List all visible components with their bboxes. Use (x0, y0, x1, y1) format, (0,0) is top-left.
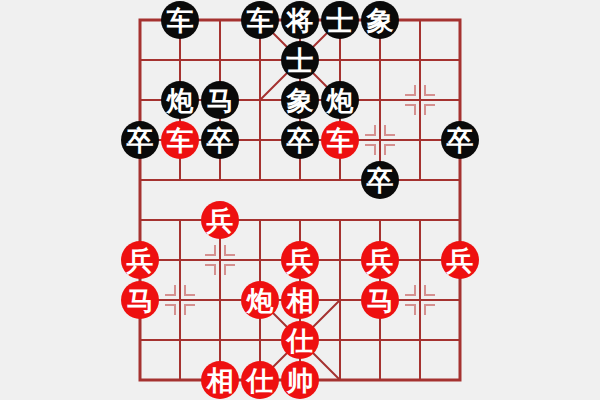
board-point-4-6[interactable]: 兵 (280, 240, 320, 280)
board-point-8-8[interactable] (440, 320, 480, 360)
red-soldier[interactable]: 兵 (121, 241, 159, 279)
board-point-4-3[interactable]: 卒 (280, 120, 320, 160)
xiangqi-board: 车车将士象士炮马象炮卒车卒卒车卒卒兵兵兵兵兵马炮相马仕相仕帅 (0, 0, 600, 400)
board-point-1-1[interactable] (160, 40, 200, 80)
board-point-8-7[interactable] (440, 280, 480, 320)
board-point-4-7[interactable]: 相 (280, 280, 320, 320)
board-point-8-6[interactable]: 兵 (440, 240, 480, 280)
board-point-8-0[interactable] (440, 0, 480, 40)
board-point-3-1[interactable] (240, 40, 280, 80)
board-point-6-7[interactable]: 马 (360, 280, 400, 320)
board-point-0-7[interactable]: 马 (120, 280, 160, 320)
board-point-5-1[interactable] (320, 40, 360, 80)
board-point-0-4[interactable] (120, 160, 160, 200)
red-soldier[interactable]: 兵 (281, 241, 319, 279)
board-point-8-5[interactable] (440, 200, 480, 240)
black-horse[interactable]: 马 (201, 81, 239, 119)
board-point-4-5[interactable] (280, 200, 320, 240)
board-point-2-3[interactable]: 卒 (200, 120, 240, 160)
red-chariot[interactable]: 车 (161, 121, 199, 159)
black-soldier[interactable]: 卒 (361, 161, 399, 199)
board-point-4-8[interactable]: 仕 (280, 320, 320, 360)
board-point-6-0[interactable]: 象 (360, 0, 400, 40)
board-point-2-0[interactable] (200, 0, 240, 40)
board-point-0-3[interactable]: 卒 (120, 120, 160, 160)
board-point-7-2[interactable] (400, 80, 440, 120)
black-cannon[interactable]: 炮 (321, 81, 359, 119)
board-point-2-9[interactable]: 相 (200, 360, 240, 400)
board-point-2-8[interactable] (200, 320, 240, 360)
board-point-6-5[interactable] (360, 200, 400, 240)
red-cannon[interactable]: 炮 (241, 281, 279, 319)
board-point-0-6[interactable]: 兵 (120, 240, 160, 280)
red-horse[interactable]: 马 (361, 281, 399, 319)
board-point-2-6[interactable] (200, 240, 240, 280)
board-point-3-9[interactable]: 仕 (240, 360, 280, 400)
red-soldier[interactable]: 兵 (441, 241, 479, 279)
board-point-7-1[interactable] (400, 40, 440, 80)
board-point-3-3[interactable] (240, 120, 280, 160)
board-point-3-5[interactable] (240, 200, 280, 240)
black-elephant[interactable]: 象 (361, 1, 399, 39)
board-point-2-4[interactable] (200, 160, 240, 200)
red-soldier[interactable]: 兵 (361, 241, 399, 279)
board-point-2-5[interactable]: 兵 (200, 200, 240, 240)
board-point-6-6[interactable]: 兵 (360, 240, 400, 280)
board-point-1-7[interactable] (160, 280, 200, 320)
board-point-8-2[interactable] (440, 80, 480, 120)
board-point-7-7[interactable] (400, 280, 440, 320)
board-point-6-2[interactable] (360, 80, 400, 120)
board-point-0-0[interactable] (120, 0, 160, 40)
board-point-0-8[interactable] (120, 320, 160, 360)
board-point-8-1[interactable] (440, 40, 480, 80)
black-soldier[interactable]: 卒 (281, 121, 319, 159)
board-point-7-4[interactable] (400, 160, 440, 200)
board-grid: 车车将士象士炮马象炮卒车卒卒车卒卒兵兵兵兵兵马炮相马仕相仕帅 (120, 0, 480, 400)
board-point-7-0[interactable] (400, 0, 440, 40)
board-point-1-9[interactable] (160, 360, 200, 400)
black-chariot[interactable]: 车 (161, 1, 199, 39)
board-point-3-0[interactable]: 车 (240, 0, 280, 40)
red-elephant[interactable]: 相 (281, 281, 319, 319)
red-horse[interactable]: 马 (121, 281, 159, 319)
board-point-8-4[interactable] (440, 160, 480, 200)
red-elephant[interactable]: 相 (201, 361, 239, 399)
black-soldier[interactable]: 卒 (441, 121, 479, 159)
board-point-1-0[interactable]: 车 (160, 0, 200, 40)
board-point-5-3[interactable]: 车 (320, 120, 360, 160)
board-point-4-0[interactable]: 将 (280, 0, 320, 40)
board-point-4-4[interactable] (280, 160, 320, 200)
board-point-5-5[interactable] (320, 200, 360, 240)
board-point-2-7[interactable] (200, 280, 240, 320)
board-point-0-1[interactable] (120, 40, 160, 80)
black-chariot[interactable]: 车 (241, 1, 279, 39)
board-point-1-6[interactable] (160, 240, 200, 280)
board-point-5-8[interactable] (320, 320, 360, 360)
board-point-3-4[interactable] (240, 160, 280, 200)
board-point-1-5[interactable] (160, 200, 200, 240)
board-point-7-6[interactable] (400, 240, 440, 280)
board-point-2-2[interactable]: 马 (200, 80, 240, 120)
board-point-7-5[interactable] (400, 200, 440, 240)
board-point-6-8[interactable] (360, 320, 400, 360)
red-chariot[interactable]: 车 (321, 121, 359, 159)
board-point-6-1[interactable] (360, 40, 400, 80)
board-point-2-1[interactable] (200, 40, 240, 80)
board-point-5-2[interactable]: 炮 (320, 80, 360, 120)
board-point-6-3[interactable] (360, 120, 400, 160)
board-point-3-2[interactable] (240, 80, 280, 120)
board-point-8-9[interactable] (440, 360, 480, 400)
board-point-5-0[interactable]: 士 (320, 0, 360, 40)
board-point-5-9[interactable] (320, 360, 360, 400)
black-general[interactable]: 将 (281, 1, 319, 39)
board-point-3-8[interactable] (240, 320, 280, 360)
board-point-6-4[interactable]: 卒 (360, 160, 400, 200)
black-advisor[interactable]: 士 (321, 1, 359, 39)
board-point-7-8[interactable] (400, 320, 440, 360)
black-elephant[interactable]: 象 (281, 81, 319, 119)
board-point-4-2[interactable]: 象 (280, 80, 320, 120)
black-soldier[interactable]: 卒 (121, 121, 159, 159)
board-point-7-3[interactable] (400, 120, 440, 160)
board-point-1-4[interactable] (160, 160, 200, 200)
board-point-8-3[interactable]: 卒 (440, 120, 480, 160)
board-point-3-7[interactable]: 炮 (240, 280, 280, 320)
red-advisor[interactable]: 仕 (241, 361, 279, 399)
board-point-3-6[interactable] (240, 240, 280, 280)
board-point-0-2[interactable] (120, 80, 160, 120)
board-point-0-9[interactable] (120, 360, 160, 400)
board-point-5-6[interactable] (320, 240, 360, 280)
black-advisor[interactable]: 士 (281, 41, 319, 79)
red-advisor[interactable]: 仕 (281, 321, 319, 359)
red-general[interactable]: 帅 (281, 361, 319, 399)
board-point-1-8[interactable] (160, 320, 200, 360)
board-point-0-5[interactable] (120, 200, 160, 240)
black-cannon[interactable]: 炮 (161, 81, 199, 119)
board-point-4-9[interactable]: 帅 (280, 360, 320, 400)
black-soldier[interactable]: 卒 (201, 121, 239, 159)
board-point-6-9[interactable] (360, 360, 400, 400)
board-point-1-2[interactable]: 炮 (160, 80, 200, 120)
red-soldier[interactable]: 兵 (201, 201, 239, 239)
board-point-7-9[interactable] (400, 360, 440, 400)
board-point-4-1[interactable]: 士 (280, 40, 320, 80)
board-point-5-4[interactable] (320, 160, 360, 200)
board-point-5-7[interactable] (320, 280, 360, 320)
board-point-1-3[interactable]: 车 (160, 120, 200, 160)
